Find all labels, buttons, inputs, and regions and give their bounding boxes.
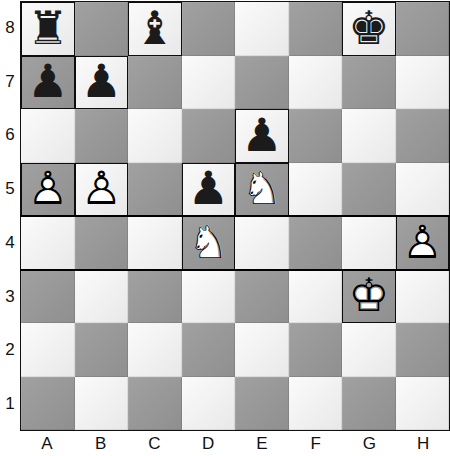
square-a1[interactable] bbox=[21, 377, 75, 431]
square-c1[interactable] bbox=[128, 377, 182, 431]
square-d8[interactable] bbox=[182, 2, 236, 56]
file-label-a: A bbox=[20, 431, 74, 456]
file-label-h: H bbox=[396, 431, 450, 456]
rank-label-5: 5 bbox=[0, 162, 20, 216]
square-a3[interactable] bbox=[21, 270, 75, 324]
rank-label-6: 6 bbox=[0, 109, 20, 163]
black-pawn-glyph: ♟ bbox=[241, 112, 282, 158]
square-f4[interactable] bbox=[289, 216, 343, 270]
square-b7[interactable]: ♟ bbox=[75, 56, 129, 110]
rank-labels: 87654321 bbox=[0, 1, 20, 431]
white-pawn-b5[interactable]: ♟♙ bbox=[75, 163, 129, 217]
file-label-c: C bbox=[128, 431, 182, 456]
square-f5[interactable] bbox=[289, 163, 343, 217]
white-pawn-outline-glyph: ♙ bbox=[27, 165, 68, 211]
square-c4[interactable] bbox=[128, 216, 182, 270]
white-king-outline-glyph: ♔ bbox=[348, 272, 389, 318]
black-pawn-e6[interactable]: ♟ bbox=[235, 109, 289, 163]
square-e5[interactable]: ♞♘ bbox=[235, 163, 289, 217]
file-label-g: G bbox=[343, 431, 397, 456]
square-a6[interactable] bbox=[21, 109, 75, 163]
square-e1[interactable] bbox=[235, 377, 289, 431]
square-h1[interactable] bbox=[396, 377, 450, 431]
square-c3[interactable] bbox=[128, 270, 182, 324]
square-e6[interactable]: ♟ bbox=[235, 109, 289, 163]
square-g7[interactable] bbox=[342, 56, 396, 110]
square-a7[interactable]: ♟ bbox=[21, 56, 75, 110]
black-pawn-b7[interactable]: ♟ bbox=[75, 56, 129, 110]
file-labels: ABCDEFGH bbox=[20, 431, 450, 456]
rank-label-4: 4 bbox=[0, 216, 20, 270]
black-pawn-glyph: ♟ bbox=[188, 165, 229, 211]
square-b8[interactable] bbox=[75, 2, 129, 56]
white-knight-outline-glyph: ♘ bbox=[188, 219, 229, 265]
black-pawn-glyph: ♟ bbox=[27, 58, 68, 104]
black-bishop-c8[interactable]: ♝ bbox=[128, 2, 182, 56]
square-g3[interactable]: ♚♔ bbox=[342, 270, 396, 324]
file-label-e: E bbox=[235, 431, 289, 456]
white-pawn-a5[interactable]: ♟♙ bbox=[21, 163, 75, 217]
rank-label-1: 1 bbox=[0, 377, 20, 431]
square-e2[interactable] bbox=[235, 323, 289, 377]
square-d6[interactable] bbox=[182, 109, 236, 163]
white-pawn-outline-glyph: ♙ bbox=[81, 165, 122, 211]
square-b2[interactable] bbox=[75, 323, 129, 377]
square-b5[interactable]: ♟♙ bbox=[75, 163, 129, 217]
square-e8[interactable] bbox=[235, 2, 289, 56]
square-d1[interactable] bbox=[182, 377, 236, 431]
black-rook-glyph: ♜ bbox=[27, 5, 68, 51]
rank-label-8: 8 bbox=[0, 1, 20, 55]
square-a5[interactable]: ♟♙ bbox=[21, 163, 75, 217]
square-c8[interactable]: ♝ bbox=[128, 2, 182, 56]
rank-label-3: 3 bbox=[0, 270, 20, 324]
square-h2[interactable] bbox=[396, 323, 450, 377]
chess-diagram: 87654321 ♜♝♚♟♟♟♟♙♟♙♟♞♘♞♘♟♙♚♔ ABCDEFGH bbox=[0, 0, 450, 456]
square-f7[interactable] bbox=[289, 56, 343, 110]
square-b6[interactable] bbox=[75, 109, 129, 163]
file-label-d: D bbox=[181, 431, 235, 456]
chess-board[interactable]: ♜♝♚♟♟♟♟♙♟♙♟♞♘♞♘♟♙♚♔ bbox=[20, 1, 450, 431]
file-label-b: B bbox=[74, 431, 128, 456]
square-d4[interactable]: ♞♘ bbox=[182, 216, 236, 270]
white-pawn-outline-glyph: ♙ bbox=[402, 219, 443, 265]
black-pawn-a7[interactable]: ♟ bbox=[21, 56, 75, 110]
square-e3[interactable] bbox=[235, 270, 289, 324]
black-rook-a8[interactable]: ♜ bbox=[21, 2, 75, 56]
file-label-f: F bbox=[289, 431, 343, 456]
square-b1[interactable] bbox=[75, 377, 129, 431]
black-king-g8[interactable]: ♚ bbox=[342, 2, 396, 56]
white-knight-e5[interactable]: ♞♘ bbox=[235, 163, 289, 217]
square-d5[interactable]: ♟ bbox=[182, 163, 236, 217]
square-h3[interactable] bbox=[396, 270, 450, 324]
square-f2[interactable] bbox=[289, 323, 343, 377]
square-c7[interactable] bbox=[128, 56, 182, 110]
square-d3[interactable] bbox=[182, 270, 236, 324]
square-g5[interactable] bbox=[342, 163, 396, 217]
square-c2[interactable] bbox=[128, 323, 182, 377]
square-f3[interactable] bbox=[289, 270, 343, 324]
square-h4[interactable]: ♟♙ bbox=[396, 216, 450, 270]
square-a2[interactable] bbox=[21, 323, 75, 377]
square-g2[interactable] bbox=[342, 323, 396, 377]
rank-label-2: 2 bbox=[0, 324, 20, 378]
square-c6[interactable] bbox=[128, 109, 182, 163]
square-f1[interactable] bbox=[289, 377, 343, 431]
black-king-glyph: ♚ bbox=[348, 5, 389, 51]
white-pawn-h4[interactable]: ♟♙ bbox=[396, 216, 450, 270]
square-a8[interactable]: ♜ bbox=[21, 2, 75, 56]
square-g8[interactable]: ♚ bbox=[342, 2, 396, 56]
square-f8[interactable] bbox=[289, 2, 343, 56]
black-bishop-glyph: ♝ bbox=[134, 5, 175, 51]
black-pawn-d5[interactable]: ♟ bbox=[182, 163, 236, 217]
white-knight-d4[interactable]: ♞♘ bbox=[182, 216, 236, 270]
square-e7[interactable] bbox=[235, 56, 289, 110]
rank-label-7: 7 bbox=[0, 55, 20, 109]
square-f6[interactable] bbox=[289, 109, 343, 163]
square-h7[interactable] bbox=[396, 56, 450, 110]
square-c5[interactable] bbox=[128, 163, 182, 217]
square-g6[interactable] bbox=[342, 109, 396, 163]
square-b3[interactable] bbox=[75, 270, 129, 324]
square-g4[interactable] bbox=[342, 216, 396, 270]
square-g1[interactable] bbox=[342, 377, 396, 431]
white-king-g3[interactable]: ♚♔ bbox=[342, 270, 396, 324]
white-knight-outline-glyph: ♘ bbox=[241, 165, 282, 211]
square-d2[interactable] bbox=[182, 323, 236, 377]
square-h6[interactable] bbox=[396, 109, 450, 163]
square-h5[interactable] bbox=[396, 163, 450, 217]
square-b4[interactable] bbox=[75, 216, 129, 270]
square-d7[interactable] bbox=[182, 56, 236, 110]
black-pawn-glyph: ♟ bbox=[81, 58, 122, 104]
square-a4[interactable] bbox=[21, 216, 75, 270]
square-h8[interactable] bbox=[396, 2, 450, 56]
square-e4[interactable] bbox=[235, 216, 289, 270]
